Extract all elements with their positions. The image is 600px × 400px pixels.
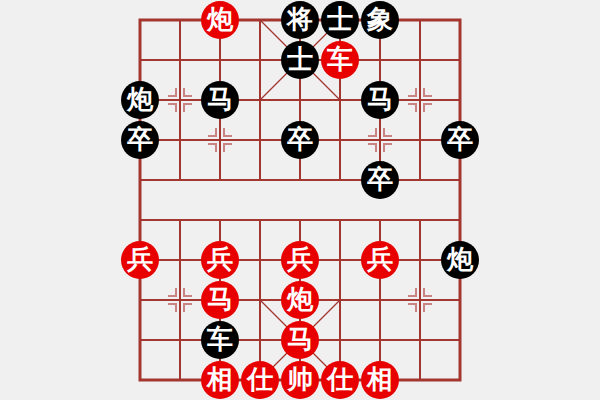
piece-red-elephant[interactable]: 相 (201, 361, 239, 399)
piece-red-elephant[interactable]: 相 (361, 361, 399, 399)
piece-black-cannon[interactable]: 炮 (441, 241, 479, 279)
piece-black-cannon[interactable]: 炮 (121, 81, 159, 119)
piece-red-horse[interactable]: 马 (281, 321, 319, 359)
piece-layer: 炮将士象士车炮马马卒卒卒卒兵兵兵兵炮马炮车马相仕帅仕相 (120, 0, 480, 400)
piece-black-soldier[interactable]: 卒 (361, 161, 399, 199)
piece-black-advisor[interactable]: 士 (281, 41, 319, 79)
piece-red-horse[interactable]: 马 (201, 281, 239, 319)
piece-red-advisor[interactable]: 仕 (321, 361, 359, 399)
piece-red-soldier[interactable]: 兵 (281, 241, 319, 279)
piece-red-cannon[interactable]: 炮 (281, 281, 319, 319)
piece-black-soldier[interactable]: 卒 (121, 121, 159, 159)
piece-red-advisor[interactable]: 仕 (241, 361, 279, 399)
piece-red-soldier[interactable]: 兵 (361, 241, 399, 279)
piece-black-advisor[interactable]: 士 (321, 1, 359, 39)
xiangqi-board-screen: 炮将士象士车炮马马卒卒卒卒兵兵兵兵炮马炮车马相仕帅仕相 (0, 0, 600, 400)
piece-red-soldier[interactable]: 兵 (201, 241, 239, 279)
piece-black-chariot[interactable]: 车 (201, 321, 239, 359)
piece-red-cannon[interactable]: 炮 (201, 1, 239, 39)
piece-black-elephant[interactable]: 象 (361, 1, 399, 39)
piece-black-general[interactable]: 将 (281, 1, 319, 39)
piece-black-soldier[interactable]: 卒 (281, 121, 319, 159)
piece-red-chariot[interactable]: 车 (321, 41, 359, 79)
piece-black-horse[interactable]: 马 (361, 81, 399, 119)
piece-black-horse[interactable]: 马 (201, 81, 239, 119)
piece-red-soldier[interactable]: 兵 (121, 241, 159, 279)
piece-black-soldier[interactable]: 卒 (441, 121, 479, 159)
piece-red-general[interactable]: 帅 (281, 361, 319, 399)
